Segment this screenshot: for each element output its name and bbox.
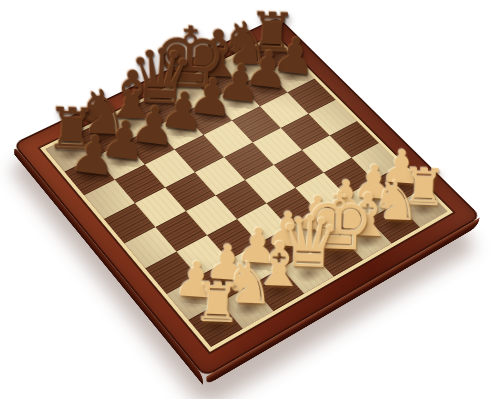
square-a1[interactable]: ♜ [189, 302, 243, 346]
perspective-scene: ♜♞♝♛♚♝♞♜♟♟♟♟♟♟♟♟♟♟♟♟♟♟♟♟♜♞♝♛♚♝♞♜ [63, 0, 427, 362]
piece-white-rook[interactable]: ♜ [192, 275, 242, 331]
piece-black-pawn[interactable]: ♟ [67, 126, 120, 184]
chess-board: ♜♞♝♛♚♝♞♜♟♟♟♟♟♟♟♟♟♟♟♟♟♟♟♟♜♞♝♛♚♝♞♜ [13, 17, 482, 378]
square-a6[interactable] [84, 180, 135, 219]
square-c6[interactable] [145, 150, 195, 188]
photo-background: ♜♞♝♛♚♝♞♜♟♟♟♟♟♟♟♟♟♟♟♟♟♟♟♟♜♞♝♛♚♝♞♜ [0, 0, 500, 399]
board-grid: ♜♞♝♛♚♝♞♜♟♟♟♟♟♟♟♟♟♟♟♟♟♟♟♟♜♞♝♛♚♝♞♜ [40, 35, 453, 352]
